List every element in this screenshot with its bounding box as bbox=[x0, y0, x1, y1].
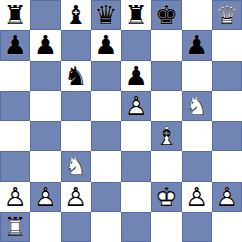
piece-black-bishop-c8[interactable]: ♝ bbox=[61, 0, 91, 30]
square-c3[interactable]: ♞♘ bbox=[61, 151, 91, 181]
piece-white-knight-c3[interactable]: ♞♘ bbox=[61, 151, 91, 181]
piece-white-pawn-b2[interactable]: ♟♙ bbox=[30, 182, 60, 212]
square-f2[interactable]: ♚♔ bbox=[151, 182, 181, 212]
square-a7[interactable]: ♟ bbox=[0, 30, 30, 60]
square-g4[interactable] bbox=[182, 121, 212, 151]
square-g7[interactable]: ♟ bbox=[182, 30, 212, 60]
white-pawn-icon: ♙ bbox=[212, 182, 242, 212]
piece-black-pawn-g7[interactable]: ♟ bbox=[182, 30, 212, 60]
black-pawn-icon: ♟ bbox=[0, 30, 30, 60]
piece-black-rook-a8[interactable]: ♜ bbox=[0, 0, 30, 30]
square-a8[interactable]: ♜ bbox=[0, 0, 30, 30]
white-pawn-icon: ♙ bbox=[61, 182, 91, 212]
square-e2[interactable] bbox=[121, 182, 151, 212]
piece-white-pawn-a2[interactable]: ♟♙ bbox=[0, 182, 30, 212]
square-a1[interactable]: ♜♖ bbox=[0, 212, 30, 242]
black-queen-icon: ♛ bbox=[91, 0, 121, 30]
square-b2[interactable]: ♟♙ bbox=[30, 182, 60, 212]
square-g6[interactable] bbox=[182, 61, 212, 91]
black-bishop-icon: ♝ bbox=[61, 0, 91, 30]
square-d5[interactable] bbox=[91, 91, 121, 121]
square-d2[interactable] bbox=[91, 182, 121, 212]
piece-black-pawn-b7[interactable]: ♟ bbox=[30, 30, 60, 60]
square-d7[interactable]: ♟ bbox=[91, 30, 121, 60]
square-f6[interactable] bbox=[151, 61, 181, 91]
white-pawn-icon: ♙ bbox=[182, 182, 212, 212]
square-h4[interactable] bbox=[212, 121, 242, 151]
square-g5[interactable]: ♞♘ bbox=[182, 91, 212, 121]
square-b7[interactable]: ♟ bbox=[30, 30, 60, 60]
square-f5[interactable] bbox=[151, 91, 181, 121]
square-d3[interactable] bbox=[91, 151, 121, 181]
square-f4[interactable]: ♝♗ bbox=[151, 121, 181, 151]
piece-black-rook-e8[interactable]: ♜ bbox=[121, 0, 151, 30]
square-d8[interactable]: ♛ bbox=[91, 0, 121, 30]
square-e8[interactable]: ♜ bbox=[121, 0, 151, 30]
square-d1[interactable] bbox=[91, 212, 121, 242]
square-d4[interactable] bbox=[91, 121, 121, 151]
square-c5[interactable] bbox=[61, 91, 91, 121]
piece-white-pawn-e5[interactable]: ♟♙ bbox=[121, 91, 151, 121]
square-h5[interactable] bbox=[212, 91, 242, 121]
white-queen-icon: ♕ bbox=[212, 0, 242, 30]
white-pawn-icon: ♙ bbox=[30, 182, 60, 212]
black-rook-icon: ♜ bbox=[0, 0, 30, 30]
white-rook-icon: ♖ bbox=[0, 212, 30, 242]
square-e7[interactable] bbox=[121, 30, 151, 60]
piece-white-king-f2[interactable]: ♚♔ bbox=[151, 182, 181, 212]
square-f1[interactable] bbox=[151, 212, 181, 242]
square-e4[interactable] bbox=[121, 121, 151, 151]
square-a4[interactable] bbox=[0, 121, 30, 151]
square-f3[interactable] bbox=[151, 151, 181, 181]
square-f8[interactable]: ♚ bbox=[151, 0, 181, 30]
square-b1[interactable] bbox=[30, 212, 60, 242]
square-h3[interactable] bbox=[212, 151, 242, 181]
black-king-icon: ♚ bbox=[151, 0, 181, 30]
black-pawn-icon: ♟ bbox=[182, 30, 212, 60]
square-g3[interactable] bbox=[182, 151, 212, 181]
square-h2[interactable]: ♟♙ bbox=[212, 182, 242, 212]
square-e1[interactable] bbox=[121, 212, 151, 242]
square-h6[interactable] bbox=[212, 61, 242, 91]
square-a2[interactable]: ♟♙ bbox=[0, 182, 30, 212]
piece-black-pawn-a7[interactable]: ♟ bbox=[0, 30, 30, 60]
piece-black-pawn-e6[interactable]: ♟ bbox=[121, 61, 151, 91]
square-c2[interactable]: ♟♙ bbox=[61, 182, 91, 212]
white-pawn-icon: ♙ bbox=[121, 91, 151, 121]
piece-white-pawn-h2[interactable]: ♟♙ bbox=[212, 182, 242, 212]
square-a5[interactable] bbox=[0, 91, 30, 121]
square-c7[interactable] bbox=[61, 30, 91, 60]
square-b5[interactable] bbox=[30, 91, 60, 121]
square-b3[interactable] bbox=[30, 151, 60, 181]
white-king-icon: ♔ bbox=[151, 182, 181, 212]
chess-board-wrapper: ♜♝♛♜♚♛♕♟♟♟♟♞♟♟♙♞♘♝♗♞♘♟♙♟♙♟♙♚♔♟♙♟♙♜♖ bbox=[0, 0, 242, 242]
square-c6[interactable]: ♞ bbox=[61, 61, 91, 91]
square-h7[interactable] bbox=[212, 30, 242, 60]
square-a3[interactable] bbox=[0, 151, 30, 181]
square-e5[interactable]: ♟♙ bbox=[121, 91, 151, 121]
square-g2[interactable]: ♟♙ bbox=[182, 182, 212, 212]
piece-white-knight-g5[interactable]: ♞♘ bbox=[182, 91, 212, 121]
square-a6[interactable] bbox=[0, 61, 30, 91]
square-b4[interactable] bbox=[30, 121, 60, 151]
square-d6[interactable] bbox=[91, 61, 121, 91]
black-knight-icon: ♞ bbox=[61, 61, 91, 91]
black-pawn-icon: ♟ bbox=[121, 61, 151, 91]
square-f7[interactable] bbox=[151, 30, 181, 60]
white-bishop-icon: ♗ bbox=[151, 121, 181, 151]
piece-white-bishop-f4[interactable]: ♝♗ bbox=[151, 121, 181, 151]
square-e3[interactable] bbox=[121, 151, 151, 181]
square-g8[interactable] bbox=[182, 0, 212, 30]
piece-white-queen-h8[interactable]: ♛♕ bbox=[212, 0, 242, 30]
piece-white-pawn-c2[interactable]: ♟♙ bbox=[61, 182, 91, 212]
black-pawn-icon: ♟ bbox=[30, 30, 60, 60]
square-h1[interactable] bbox=[212, 212, 242, 242]
white-pawn-icon: ♙ bbox=[0, 182, 30, 212]
piece-black-pawn-d7[interactable]: ♟ bbox=[91, 30, 121, 60]
square-b6[interactable] bbox=[30, 61, 60, 91]
square-b8[interactable] bbox=[30, 0, 60, 30]
white-knight-icon: ♘ bbox=[182, 91, 212, 121]
square-c1[interactable] bbox=[61, 212, 91, 242]
piece-black-queen-d8[interactable]: ♛ bbox=[91, 0, 121, 30]
square-h8[interactable]: ♛♕ bbox=[212, 0, 242, 30]
square-c8[interactable]: ♝ bbox=[61, 0, 91, 30]
black-rook-icon: ♜ bbox=[121, 0, 151, 30]
piece-black-king-f8[interactable]: ♚ bbox=[151, 0, 181, 30]
piece-black-knight-c6[interactable]: ♞ bbox=[61, 61, 91, 91]
square-e6[interactable]: ♟ bbox=[121, 61, 151, 91]
white-knight-icon: ♘ bbox=[61, 151, 91, 181]
black-pawn-icon: ♟ bbox=[91, 30, 121, 60]
chess-board: ♜♝♛♜♚♛♕♟♟♟♟♞♟♟♙♞♘♝♗♞♘♟♙♟♙♟♙♚♔♟♙♟♙♜♖ bbox=[0, 0, 242, 242]
square-c4[interactable] bbox=[61, 121, 91, 151]
square-g1[interactable] bbox=[182, 212, 212, 242]
piece-white-pawn-g2[interactable]: ♟♙ bbox=[182, 182, 212, 212]
piece-white-rook-a1[interactable]: ♜♖ bbox=[0, 212, 30, 242]
